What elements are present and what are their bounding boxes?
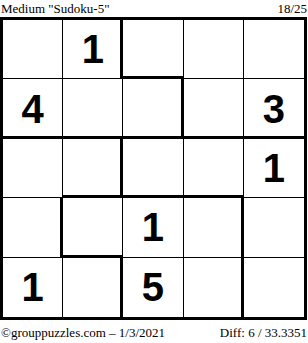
empty-cell-counter: 18/25: [277, 1, 307, 17]
cell-r3c3[interactable]: [123, 139, 183, 198]
cell-r1c5[interactable]: [244, 20, 304, 79]
cell-r5c1: 1: [3, 258, 63, 317]
footer: ©grouppuzzles.com – 1/3/2021 Diff: 6 / 3…: [0, 320, 308, 341]
cell-r4c1[interactable]: [3, 198, 63, 257]
cell-r4c3: 1: [123, 198, 183, 257]
cell-r5c5[interactable]: [244, 258, 304, 317]
sudoku-grid: 1431115: [0, 17, 307, 320]
cell-r3c5: 1: [244, 139, 304, 198]
cell-r2c4[interactable]: [184, 79, 244, 138]
cell-r5c2[interactable]: [63, 258, 123, 317]
cell-r5c4[interactable]: [184, 258, 244, 317]
cell-r1c4[interactable]: [184, 20, 244, 79]
cell-r5c3: 5: [123, 258, 183, 317]
cell-r3c1[interactable]: [3, 139, 63, 198]
cell-r4c2[interactable]: [63, 198, 123, 257]
cell-r1c3[interactable]: [123, 20, 183, 79]
cell-r1c2: 1: [63, 20, 123, 79]
cell-r3c2[interactable]: [63, 139, 123, 198]
cell-r1c1[interactable]: [3, 20, 63, 79]
cell-r4c5[interactable]: [244, 198, 304, 257]
puzzle-page: Medium "Sudoku-5" 18/25 1431115 ©grouppu…: [0, 0, 308, 343]
cell-r2c5: 3: [244, 79, 304, 138]
cell-r2c2[interactable]: [63, 79, 123, 138]
cell-r3c4[interactable]: [184, 139, 244, 198]
cell-r4c4[interactable]: [184, 198, 244, 257]
cell-r2c1: 4: [3, 79, 63, 138]
footer-difficulty: Diff: 6 / 33.3351: [220, 325, 307, 341]
cell-r2c3[interactable]: [123, 79, 183, 138]
puzzle-title: Medium "Sudoku-5": [1, 1, 109, 17]
footer-copyright: ©grouppuzzles.com – 1/3/2021: [1, 325, 165, 341]
header: Medium "Sudoku-5" 18/25: [0, 0, 308, 17]
